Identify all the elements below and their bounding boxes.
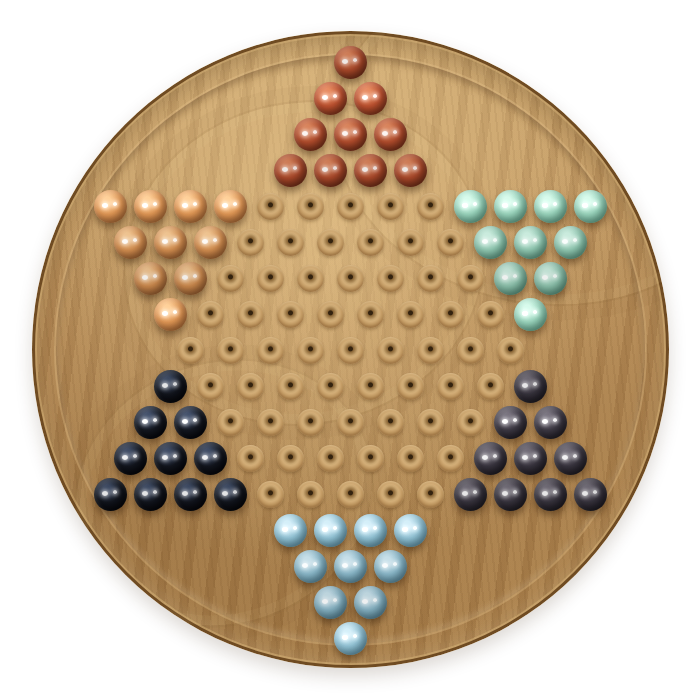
marble-rust-red[interactable] bbox=[294, 118, 327, 151]
marble-rust-red[interactable] bbox=[314, 82, 347, 115]
board-hole[interactable] bbox=[177, 337, 204, 364]
marble-black[interactable] bbox=[154, 370, 187, 403]
board-hole[interactable] bbox=[237, 229, 264, 256]
board-hole[interactable] bbox=[197, 301, 224, 328]
marble-amber-orange[interactable] bbox=[134, 262, 167, 295]
marble-black[interactable] bbox=[174, 406, 207, 439]
board-hole[interactable] bbox=[237, 373, 264, 400]
board-hole[interactable] bbox=[257, 481, 284, 508]
marble-mint-teal[interactable] bbox=[534, 190, 567, 223]
marble-mint-teal[interactable] bbox=[494, 190, 527, 223]
board-hole[interactable] bbox=[277, 373, 304, 400]
board-hole[interactable] bbox=[357, 445, 384, 472]
board-hole[interactable] bbox=[497, 337, 524, 364]
marble-amber-orange[interactable] bbox=[174, 262, 207, 295]
board-hole[interactable] bbox=[337, 193, 364, 220]
marble-charcoal-gray[interactable] bbox=[574, 478, 607, 511]
board-hole[interactable] bbox=[397, 373, 424, 400]
board-hole[interactable] bbox=[337, 337, 364, 364]
marble-powder-blue[interactable] bbox=[374, 550, 407, 583]
marble-mint-teal[interactable] bbox=[534, 262, 567, 295]
board-hole[interactable] bbox=[377, 409, 404, 436]
marble-amber-orange[interactable] bbox=[154, 226, 187, 259]
board-hole[interactable] bbox=[377, 193, 404, 220]
board-hole[interactable] bbox=[297, 265, 324, 292]
marble-black[interactable] bbox=[134, 478, 167, 511]
board-hole[interactable] bbox=[377, 265, 404, 292]
marble-charcoal-gray[interactable] bbox=[534, 406, 567, 439]
marble-rust-red[interactable] bbox=[394, 154, 427, 187]
board-hole[interactable] bbox=[417, 193, 444, 220]
marble-rust-red[interactable] bbox=[354, 154, 387, 187]
holes-layer bbox=[0, 0, 700, 700]
marble-mint-teal[interactable] bbox=[574, 190, 607, 223]
board-hole[interactable] bbox=[297, 409, 324, 436]
marble-black[interactable] bbox=[134, 406, 167, 439]
marble-powder-blue[interactable] bbox=[394, 514, 427, 547]
marble-charcoal-gray[interactable] bbox=[494, 406, 527, 439]
marble-rust-red[interactable] bbox=[274, 154, 307, 187]
board-hole[interactable] bbox=[397, 445, 424, 472]
marble-rust-red[interactable] bbox=[314, 154, 347, 187]
board-hole[interactable] bbox=[417, 337, 444, 364]
board-hole[interactable] bbox=[437, 445, 464, 472]
marble-powder-blue[interactable] bbox=[274, 514, 307, 547]
board-hole[interactable] bbox=[437, 373, 464, 400]
marble-black[interactable] bbox=[214, 478, 247, 511]
board-hole[interactable] bbox=[337, 481, 364, 508]
marble-powder-blue[interactable] bbox=[334, 550, 367, 583]
marble-rust-red[interactable] bbox=[334, 46, 367, 79]
marble-black[interactable] bbox=[194, 442, 227, 475]
board-hole[interactable] bbox=[297, 481, 324, 508]
board-hole[interactable] bbox=[457, 265, 484, 292]
marble-black[interactable] bbox=[174, 478, 207, 511]
board-hole[interactable] bbox=[477, 301, 504, 328]
board-hole[interactable] bbox=[217, 265, 244, 292]
marble-amber-orange[interactable] bbox=[214, 190, 247, 223]
board-hole[interactable] bbox=[337, 265, 364, 292]
marble-amber-orange[interactable] bbox=[134, 190, 167, 223]
board-hole[interactable] bbox=[457, 409, 484, 436]
marble-powder-blue[interactable] bbox=[334, 622, 367, 655]
marble-mint-teal[interactable] bbox=[474, 226, 507, 259]
marble-powder-blue[interactable] bbox=[314, 514, 347, 547]
board-hole[interactable] bbox=[437, 229, 464, 256]
marble-powder-blue[interactable] bbox=[354, 586, 387, 619]
marble-amber-orange[interactable] bbox=[174, 190, 207, 223]
board-hole[interactable] bbox=[337, 409, 364, 436]
marble-mint-teal[interactable] bbox=[514, 298, 547, 331]
board-hole[interactable] bbox=[417, 481, 444, 508]
marble-powder-blue[interactable] bbox=[294, 550, 327, 583]
marble-amber-orange[interactable] bbox=[154, 298, 187, 331]
board-hole[interactable] bbox=[357, 373, 384, 400]
marble-charcoal-gray[interactable] bbox=[474, 442, 507, 475]
board-hole[interactable] bbox=[197, 373, 224, 400]
board-hole[interactable] bbox=[357, 229, 384, 256]
marble-charcoal-gray[interactable] bbox=[514, 442, 547, 475]
board-hole[interactable] bbox=[397, 301, 424, 328]
scene bbox=[0, 0, 700, 700]
marble-black[interactable] bbox=[94, 478, 127, 511]
board-hole[interactable] bbox=[317, 445, 344, 472]
marble-charcoal-gray[interactable] bbox=[514, 370, 547, 403]
marble-rust-red[interactable] bbox=[354, 82, 387, 115]
marble-amber-orange[interactable] bbox=[194, 226, 227, 259]
marble-rust-red[interactable] bbox=[334, 118, 367, 151]
board-hole[interactable] bbox=[297, 193, 324, 220]
board-hole[interactable] bbox=[397, 229, 424, 256]
board-hole[interactable] bbox=[277, 445, 304, 472]
board-hole[interactable] bbox=[277, 229, 304, 256]
board-hole[interactable] bbox=[257, 409, 284, 436]
marble-black[interactable] bbox=[154, 442, 187, 475]
board-hole[interactable] bbox=[417, 265, 444, 292]
board-hole[interactable] bbox=[237, 301, 264, 328]
marble-amber-orange[interactable] bbox=[114, 226, 147, 259]
board-hole[interactable] bbox=[377, 481, 404, 508]
marble-powder-blue[interactable] bbox=[314, 586, 347, 619]
board-hole[interactable] bbox=[477, 373, 504, 400]
board-hole[interactable] bbox=[217, 337, 244, 364]
marble-mint-teal[interactable] bbox=[454, 190, 487, 223]
board-hole[interactable] bbox=[257, 265, 284, 292]
board-hole[interactable] bbox=[217, 409, 244, 436]
marble-mint-teal[interactable] bbox=[554, 226, 587, 259]
board-hole[interactable] bbox=[417, 409, 444, 436]
marble-charcoal-gray[interactable] bbox=[534, 478, 567, 511]
marble-charcoal-gray[interactable] bbox=[554, 442, 587, 475]
marble-mint-teal[interactable] bbox=[494, 262, 527, 295]
marble-rust-red[interactable] bbox=[374, 118, 407, 151]
board-hole[interactable] bbox=[277, 301, 304, 328]
board-hole[interactable] bbox=[257, 193, 284, 220]
marble-amber-orange[interactable] bbox=[94, 190, 127, 223]
board-hole[interactable] bbox=[317, 229, 344, 256]
marble-mint-teal[interactable] bbox=[514, 226, 547, 259]
board-hole[interactable] bbox=[357, 301, 384, 328]
board-hole[interactable] bbox=[237, 445, 264, 472]
board-hole[interactable] bbox=[437, 301, 464, 328]
marble-powder-blue[interactable] bbox=[354, 514, 387, 547]
marble-charcoal-gray[interactable] bbox=[454, 478, 487, 511]
board-hole[interactable] bbox=[457, 337, 484, 364]
board-hole[interactable] bbox=[317, 373, 344, 400]
board-hole[interactable] bbox=[297, 337, 324, 364]
board-hole[interactable] bbox=[257, 337, 284, 364]
marble-charcoal-gray[interactable] bbox=[494, 478, 527, 511]
marble-black[interactable] bbox=[114, 442, 147, 475]
board-hole[interactable] bbox=[317, 301, 344, 328]
board-hole[interactable] bbox=[377, 337, 404, 364]
